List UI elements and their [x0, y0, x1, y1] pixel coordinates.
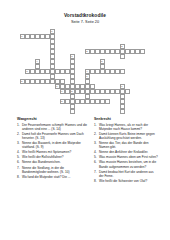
cell-number: 2 — [121, 45, 122, 47]
crossword-cell[interactable] — [125, 89, 130, 94]
crossword-cell[interactable] — [105, 99, 110, 104]
cell-number: 3 — [71, 55, 72, 57]
clue-text: Damit können Kurts Beine immer gegen Aus… — [99, 132, 158, 140]
crossword-cell[interactable] — [120, 109, 125, 114]
clue-item: 4.Nenne den Anführer der Krokodiler. — [94, 150, 158, 154]
clues-down-column: Senkrecht 1.Was kriegt Hannes, als er na… — [94, 117, 158, 184]
clue-item: 2.Damit holt die Feuerwehr Hannes vom Da… — [17, 132, 89, 140]
clue-text: Damit beobachtet Kurt die anderen aus de… — [99, 170, 158, 178]
clue-text: Wie heißt Hannes mit Spitznamen? — [22, 150, 89, 154]
crossword-cell[interactable]: 1 — [50, 29, 55, 34]
cell-number: 6 — [56, 85, 57, 87]
cell-number: 5 — [101, 60, 102, 62]
worksheet-page: Vorstadtkrokodile Seite 7- Seite 20 1234… — [0, 0, 170, 240]
page-subtitle: Seite 7- Seite 20 — [0, 20, 170, 24]
clue-item: 7.Damit beobachtet Kurt die anderen aus … — [94, 170, 158, 178]
clue-text: Was musste Hannes oben am First rufen? — [99, 155, 158, 159]
clue-item: 8.Wie heißt die Schwester von Olaf? — [94, 179, 158, 183]
crossword-cell[interactable]: 7 — [120, 84, 125, 89]
clue-item: 4.Wie heißt Hannes mit Spitznamen? — [17, 150, 89, 154]
clue-item: 5.Wie heißt der Rollstuhlfahrer? — [17, 155, 89, 159]
clue-text: Nenne das Bandenzeichen. — [22, 160, 89, 164]
clue-text: Wie heißt der Rollstuhlfahrer? — [22, 155, 89, 159]
clue-text: Was musste Hannes bestehen, um in die Ba… — [99, 160, 158, 168]
clue-text: Nenne das Tier, das der Bande den Namen … — [99, 141, 158, 149]
cell-number: 1 — [21, 35, 22, 37]
crossword-cell[interactable] — [50, 64, 55, 69]
cell-number: 8 — [61, 100, 62, 102]
clue-item: 2.Damit können Kurts Beine immer gegen A… — [94, 132, 158, 140]
crossword-cell[interactable] — [70, 109, 75, 114]
cell-number: 8 — [71, 90, 72, 92]
crossword-cell[interactable] — [50, 74, 55, 79]
clue-item: 3.Nenne das Tier, das der Bande den Name… — [94, 141, 158, 149]
down-header: Senkrecht — [94, 117, 158, 121]
across-header: Waagerecht — [17, 117, 89, 121]
crossword-grid: 1234567881234567 — [20, 29, 146, 115]
clue-item: 8.Wo fand die Mutprobe statt? Die ... — [17, 175, 89, 179]
cell-number: 2 — [86, 50, 87, 52]
clue-item: 5.Was musste Hannes oben am First rufen? — [94, 155, 158, 159]
down-clue-list: 1.Was kriegt Hannes, als er nach der Mut… — [94, 123, 158, 183]
crossword-cell[interactable] — [85, 79, 90, 84]
clue-text: Damit holt die Feuerwehr Hannes vom Dach… — [22, 132, 89, 140]
clue-item: 1.Der Feuerwehrmann schimpft: Hannes und… — [17, 123, 89, 131]
page-title: Vorstadtkrokodile — [0, 13, 170, 18]
clue-item: 6.Was musste Hannes bestehen, um in die … — [94, 160, 158, 168]
crossword-cell[interactable] — [70, 79, 75, 84]
clue-text: Was kriegt Hannes, als er nach der Mutpr… — [99, 123, 158, 131]
clue-item: 7.Nenne die Siedlung, in der die Bandenm… — [17, 166, 89, 174]
clues-across-column: Waagerecht 1.Der Feuerwehrmann schimpft:… — [17, 117, 89, 180]
crossword-cell[interactable] — [100, 64, 105, 69]
clue-item: 1.Was kriegt Hannes, als er nach der Mut… — [94, 123, 158, 131]
crossword-cell[interactable]: 2 — [120, 44, 125, 49]
crossword-cell[interactable] — [120, 54, 125, 59]
crossword-cell[interactable] — [120, 69, 125, 74]
cell-number: 5 — [21, 80, 22, 82]
crossword-cell[interactable] — [70, 94, 75, 99]
clue-text: Nenne den Anführer der Krokodiler. — [99, 150, 158, 154]
clue-text: Nenne die Siedlung, in der die Bandenmit… — [22, 166, 89, 174]
cell-number: 4 — [36, 60, 37, 62]
crossword-cell[interactable] — [35, 64, 40, 69]
clue-text: Der Feuerwehrmann schimpft: Hannes und d… — [22, 123, 89, 131]
clue-item: 6.Nenne das Bandenzeichen. — [17, 160, 89, 164]
cell-number: 1 — [51, 30, 52, 32]
clue-text: Wie heißt die Schwester von Olaf? — [99, 179, 158, 183]
crossword-cell[interactable] — [70, 64, 75, 69]
cell-number: 7 — [121, 85, 122, 87]
crossword-cell[interactable] — [140, 49, 145, 54]
cell-number: 7 — [61, 90, 62, 92]
cell-number: 4 — [86, 70, 87, 72]
clue-item: 3.Nenne das Bauwerk, in dem die Mutprobe… — [17, 141, 89, 149]
cell-number: 3 — [26, 70, 27, 72]
clue-text: Wo fand die Mutprobe statt? Die ... — [22, 175, 89, 179]
clue-text: Nenne das Bauwerk, in dem die Mutprobe s… — [22, 141, 89, 149]
across-clue-list: 1.Der Feuerwehrmann schimpft: Hannes und… — [17, 123, 89, 179]
crossword-cell[interactable] — [85, 94, 90, 99]
cell-number: 6 — [86, 75, 87, 77]
